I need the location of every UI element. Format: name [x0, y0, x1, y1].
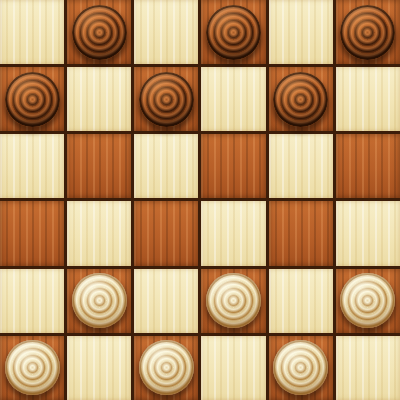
dark-piece[interactable]	[5, 72, 60, 127]
light-square	[67, 201, 131, 265]
dark-piece[interactable]	[206, 5, 261, 60]
dark-square[interactable]	[67, 0, 131, 64]
light-square	[67, 67, 131, 131]
light-square	[336, 67, 400, 131]
light-square	[134, 0, 198, 64]
light-square	[0, 0, 64, 64]
dark-square[interactable]	[201, 0, 265, 64]
light-square	[201, 336, 265, 400]
light-square	[201, 67, 265, 131]
light-piece[interactable]	[72, 273, 127, 328]
light-square	[67, 336, 131, 400]
dark-square[interactable]	[269, 201, 333, 265]
dark-piece[interactable]	[340, 5, 395, 60]
checkers-board	[0, 0, 400, 400]
dark-square[interactable]	[336, 134, 400, 198]
dark-square[interactable]	[134, 67, 198, 131]
light-square	[134, 134, 198, 198]
dark-square[interactable]	[134, 201, 198, 265]
dark-square[interactable]	[201, 269, 265, 333]
light-piece[interactable]	[5, 340, 60, 395]
dark-square[interactable]	[0, 336, 64, 400]
dark-square[interactable]	[336, 0, 400, 64]
light-piece[interactable]	[206, 273, 261, 328]
dark-square[interactable]	[67, 269, 131, 333]
light-square	[0, 269, 64, 333]
dark-square[interactable]	[201, 134, 265, 198]
dark-piece[interactable]	[72, 5, 127, 60]
dark-square[interactable]	[269, 336, 333, 400]
light-square	[269, 269, 333, 333]
dark-square[interactable]	[134, 336, 198, 400]
dark-piece[interactable]	[273, 72, 328, 127]
light-square	[336, 336, 400, 400]
dark-square[interactable]	[0, 67, 64, 131]
light-square	[269, 134, 333, 198]
dark-piece[interactable]	[139, 72, 194, 127]
light-square	[201, 201, 265, 265]
light-square	[269, 0, 333, 64]
light-piece[interactable]	[273, 340, 328, 395]
light-piece[interactable]	[139, 340, 194, 395]
light-square	[0, 134, 64, 198]
dark-square[interactable]	[67, 134, 131, 198]
dark-square[interactable]	[336, 269, 400, 333]
light-square	[336, 201, 400, 265]
dark-square[interactable]	[269, 67, 333, 131]
light-square	[134, 269, 198, 333]
dark-square[interactable]	[0, 201, 64, 265]
light-piece[interactable]	[340, 273, 395, 328]
